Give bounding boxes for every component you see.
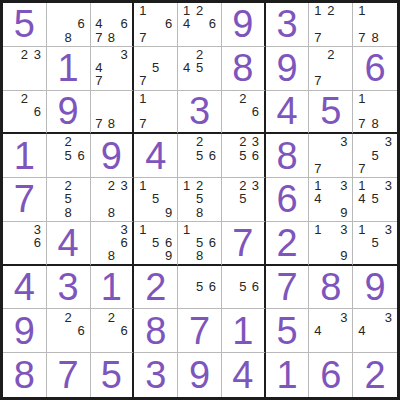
pencil-5: 5 [193, 61, 206, 74]
cell-r6c5[interactable]: 1568 [178, 222, 222, 266]
pencil-9: 9 [162, 206, 175, 219]
cell-r7c8[interactable]: 8 [309, 266, 353, 310]
cell-r2c3[interactable]: 347 [91, 47, 135, 91]
pencil-4: 4 [93, 17, 106, 30]
cell-r9c7[interactable]: 1 [266, 353, 310, 397]
cell-value: 6 [365, 49, 386, 87]
cell-value: 8 [145, 312, 166, 350]
cell-r5c4[interactable]: 159 [134, 178, 178, 222]
pencil-2: 2 [105, 179, 118, 192]
cell-r9c6[interactable]: 4 [222, 353, 266, 397]
pencil-3: 3 [337, 135, 350, 148]
cell-value: 7 [58, 356, 79, 394]
cell-r8c6[interactable]: 1 [222, 309, 266, 353]
pencil-7: 7 [136, 117, 149, 130]
pencil-5: 5 [193, 149, 206, 162]
cell-r5c6[interactable]: 235 [222, 178, 266, 222]
cell-r2c1[interactable]: 23 [3, 47, 47, 91]
pencil-7: 7 [93, 31, 106, 44]
pencil-marks: 57 [136, 48, 175, 88]
pencil-6: 6 [249, 280, 262, 293]
pencil-marks: 26 [224, 92, 262, 131]
cell-r7c3[interactable]: 1 [91, 266, 135, 310]
cell-r7c6[interactable]: 56 [222, 266, 266, 310]
cell-r1c9[interactable]: 178 [353, 3, 397, 47]
cell-r1c3[interactable]: 4678 [91, 3, 135, 47]
pencil-1: 1 [355, 4, 368, 17]
cell-r1c8[interactable]: 127 [309, 3, 353, 47]
pencil-6: 6 [118, 236, 131, 249]
pencil-8: 8 [62, 206, 75, 219]
cell-value: 9 [365, 268, 386, 306]
pencil-1: 1 [180, 179, 193, 192]
cell-value: 7 [276, 268, 297, 306]
cell-value: 9 [189, 356, 210, 394]
pencil-2: 2 [236, 92, 249, 105]
cell-r1c2[interactable]: 68 [47, 3, 91, 47]
pencil-7: 7 [93, 117, 106, 130]
pencil-5: 5 [193, 236, 206, 249]
cell-value: 4 [14, 268, 35, 306]
pencil-8: 8 [193, 206, 206, 219]
pencil-3: 3 [249, 179, 262, 192]
pencil-marks: 139 [311, 223, 350, 262]
pencil-marks: 36 [5, 223, 44, 262]
cell-r6c2[interactable]: 4 [47, 222, 91, 266]
cell-value: 9 [101, 137, 122, 175]
pencil-marks: 245 [180, 48, 219, 88]
cell-r3c2[interactable]: 9 [47, 91, 91, 135]
pencil-3: 3 [118, 48, 131, 61]
pencil-4: 4 [311, 324, 324, 337]
cell-r1c4[interactable]: 167 [134, 3, 178, 47]
cell-value: 8 [14, 356, 35, 394]
pencil-3: 3 [337, 223, 350, 236]
cell-value: 7 [14, 180, 35, 218]
pencil-1: 1 [355, 223, 368, 236]
cell-value: 5 [101, 356, 122, 394]
pencil-6: 6 [118, 324, 131, 337]
cell-r5c2[interactable]: 258 [47, 178, 91, 222]
pencil-5: 5 [193, 192, 206, 205]
cell-r4c3[interactable]: 9 [91, 134, 135, 178]
cell-r6c7[interactable]: 2 [266, 222, 310, 266]
cell-r8c3[interactable]: 26 [91, 309, 135, 353]
pencil-6: 6 [206, 17, 219, 30]
pencil-2: 2 [236, 179, 249, 192]
pencil-marks: 159 [136, 179, 175, 219]
pencil-marks: 34 [355, 310, 395, 350]
pencil-6: 6 [75, 17, 88, 30]
pencil-2: 2 [193, 48, 206, 61]
pencil-2: 2 [193, 135, 206, 148]
cell-r1c5[interactable]: 1246 [178, 3, 222, 47]
pencil-6: 6 [162, 17, 175, 30]
pencil-2: 2 [193, 179, 206, 192]
pencil-3: 3 [118, 179, 131, 192]
cell-value: 8 [320, 268, 341, 306]
cell-r9c9[interactable]: 2 [353, 353, 397, 397]
cell-value: 1 [58, 49, 79, 87]
cell-value: 2 [365, 356, 386, 394]
cell-r9c3[interactable]: 5 [91, 353, 135, 397]
pencil-marks: 368 [93, 223, 131, 262]
pencil-marks: 347 [93, 48, 131, 88]
cell-r4c1[interactable]: 1 [3, 134, 47, 178]
pencil-6: 6 [206, 149, 219, 162]
pencil-1: 1 [136, 92, 149, 105]
pencil-9: 9 [162, 249, 175, 262]
pencil-marks: 258 [49, 179, 88, 219]
pencil-1: 1 [180, 223, 193, 236]
cell-r7c7[interactable]: 7 [266, 266, 310, 310]
pencil-6: 6 [75, 149, 88, 162]
pencil-7: 7 [136, 31, 149, 44]
cell-r3c5[interactable]: 3 [178, 91, 222, 135]
pencil-8: 8 [368, 117, 381, 130]
pencil-7: 7 [355, 31, 368, 44]
pencil-6: 6 [31, 236, 44, 249]
cell-r2c5[interactable]: 245 [178, 47, 222, 91]
cell-value: 4 [276, 92, 297, 130]
cell-r6c3[interactable]: 368 [91, 222, 135, 266]
pencil-5: 5 [149, 192, 162, 205]
pencil-marks: 68 [49, 4, 88, 44]
cell-r3c4[interactable]: 17 [134, 91, 178, 135]
cell-value: 2 [276, 224, 297, 262]
cell-r9c2[interactable]: 7 [47, 353, 91, 397]
pencil-2: 2 [236, 135, 249, 148]
cell-r7c2[interactable]: 3 [47, 266, 91, 310]
pencil-marks: 2356 [224, 135, 262, 175]
pencil-8: 8 [105, 31, 118, 44]
cell-r4c8[interactable]: 37 [309, 134, 353, 178]
pencil-4: 4 [180, 61, 193, 74]
pencil-2: 2 [62, 310, 75, 323]
pencil-5: 5 [236, 192, 249, 205]
pencil-marks: 1568 [180, 223, 219, 262]
pencil-4: 4 [355, 192, 368, 205]
pencil-5: 5 [236, 149, 249, 162]
pencil-9: 9 [337, 206, 350, 219]
cell-r4c5[interactable]: 256 [178, 134, 222, 178]
pencil-8: 8 [368, 31, 381, 44]
cell-r5c7[interactable]: 6 [266, 178, 310, 222]
pencil-marks: 235 [224, 179, 262, 219]
pencil-marks: 56 [224, 267, 262, 307]
cell-r7c5[interactable]: 56 [178, 266, 222, 310]
cell-value: 1 [232, 312, 253, 350]
cell-r3c1[interactable]: 26 [3, 91, 47, 135]
cell-r9c5[interactable]: 9 [178, 353, 222, 397]
pencil-3: 3 [382, 223, 395, 236]
cell-value: 5 [320, 92, 341, 130]
cell-r4c6[interactable]: 2356 [222, 134, 266, 178]
pencil-marks: 1258 [180, 179, 219, 219]
pencil-1: 1 [180, 4, 193, 17]
cell-r8c4[interactable]: 8 [134, 309, 178, 353]
cell-value: 9 [58, 92, 79, 130]
pencil-3: 3 [118, 223, 131, 236]
cell-r5c5[interactable]: 1258 [178, 178, 222, 222]
cell-r4c7[interactable]: 8 [266, 134, 310, 178]
pencil-8: 8 [62, 31, 75, 44]
cell-value: 8 [276, 137, 297, 175]
pencil-7: 7 [355, 117, 368, 130]
pencil-5: 5 [62, 149, 75, 162]
cell-r3c9[interactable]: 178 [353, 91, 397, 135]
pencil-6: 6 [162, 236, 175, 249]
cell-r2c6[interactable]: 8 [222, 47, 266, 91]
pencil-7: 7 [355, 162, 368, 175]
pencil-8: 8 [193, 249, 206, 262]
pencil-2: 2 [193, 4, 206, 17]
cell-r6c4[interactable]: 1569 [134, 222, 178, 266]
cell-r9c4[interactable]: 3 [134, 353, 178, 397]
cell-value: 1 [101, 268, 122, 306]
pencil-7: 7 [311, 74, 324, 87]
cell-r6c1[interactable]: 36 [3, 222, 47, 266]
pencil-marks: 37 [311, 135, 350, 175]
cell-r7c4[interactable]: 2 [134, 266, 178, 310]
pencil-5: 5 [149, 61, 162, 74]
pencil-1: 1 [355, 92, 368, 105]
pencil-6: 6 [206, 280, 219, 293]
pencil-3: 3 [31, 223, 44, 236]
cell-r6c8[interactable]: 139 [309, 222, 353, 266]
pencil-5: 5 [149, 236, 162, 249]
cell-value: 6 [320, 356, 341, 394]
cell-r5c8[interactable]: 1349 [309, 178, 353, 222]
pencil-4: 4 [93, 61, 106, 74]
cell-value: 1 [276, 356, 297, 394]
cell-r2c2[interactable]: 1 [47, 47, 91, 91]
cell-value: 6 [276, 180, 297, 218]
cell-value: 4 [232, 356, 253, 394]
pencil-2: 2 [62, 135, 75, 148]
pencil-5: 5 [368, 149, 381, 162]
cell-r1c7[interactable]: 3 [266, 3, 310, 47]
pencil-marks: 56 [180, 267, 219, 307]
cell-r3c3[interactable]: 78 [91, 91, 135, 135]
pencil-7: 7 [311, 31, 324, 44]
cell-r9c8[interactable]: 6 [309, 353, 353, 397]
pencil-marks: 17 [136, 92, 175, 131]
pencil-marks: 256 [180, 135, 219, 175]
cell-r1c1[interactable]: 5 [3, 3, 47, 47]
pencil-8: 8 [105, 249, 118, 262]
cell-r3c6[interactable]: 26 [222, 91, 266, 135]
pencil-2: 2 [105, 310, 118, 323]
pencil-3: 3 [337, 310, 350, 323]
pencil-marks: 34 [311, 310, 350, 350]
pencil-marks: 4678 [93, 4, 131, 44]
cell-value: 4 [58, 224, 79, 262]
pencil-6: 6 [31, 105, 44, 118]
pencil-6: 6 [249, 105, 262, 118]
pencil-7: 7 [93, 74, 106, 87]
pencil-marks: 23 [5, 48, 44, 88]
pencil-6: 6 [206, 236, 219, 249]
pencil-marks: 1569 [136, 223, 175, 262]
pencil-marks: 1349 [311, 179, 350, 219]
cell-r8c7[interactable]: 5 [266, 309, 310, 353]
cell-r8c5[interactable]: 7 [178, 309, 222, 353]
cell-value: 7 [232, 224, 253, 262]
cell-value: 3 [58, 268, 79, 306]
cell-r2c8[interactable]: 27 [309, 47, 353, 91]
pencil-4: 4 [355, 324, 368, 337]
cell-value: 8 [232, 49, 253, 87]
cell-r6c6[interactable]: 7 [222, 222, 266, 266]
cell-value: 5 [276, 312, 297, 350]
pencil-8: 8 [105, 206, 118, 219]
cell-value: 9 [14, 312, 35, 350]
cell-r2c4[interactable]: 57 [134, 47, 178, 91]
pencil-5: 5 [236, 280, 249, 293]
cell-r1c6[interactable]: 9 [222, 3, 266, 47]
cell-value: 5 [14, 5, 35, 43]
pencil-5: 5 [62, 192, 75, 205]
pencil-4: 4 [311, 192, 324, 205]
cell-r3c7[interactable]: 4 [266, 91, 310, 135]
cell-r4c9[interactable]: 357 [353, 134, 397, 178]
pencil-marks: 178 [355, 4, 395, 44]
pencil-1: 1 [311, 179, 324, 192]
pencil-3: 3 [382, 310, 395, 323]
pencil-marks: 26 [5, 92, 44, 131]
cell-value: 4 [145, 137, 166, 175]
pencil-7: 7 [311, 162, 324, 175]
pencil-marks: 1345 [355, 179, 395, 219]
pencil-3: 3 [382, 179, 395, 192]
cell-value: 3 [145, 356, 166, 394]
pencil-marks: 78 [93, 92, 131, 131]
cell-r2c9[interactable]: 6 [353, 47, 397, 91]
cell-r5c3[interactable]: 238 [91, 178, 135, 222]
pencil-1: 1 [136, 179, 149, 192]
pencil-1: 1 [136, 4, 149, 17]
cell-value: 3 [189, 92, 210, 130]
pencil-9: 9 [337, 249, 350, 262]
cell-r7c1[interactable]: 4 [3, 266, 47, 310]
pencil-marks: 357 [355, 135, 395, 175]
cell-r4c4[interactable]: 4 [134, 134, 178, 178]
pencil-marks: 256 [49, 135, 88, 175]
cell-r9c1[interactable]: 8 [3, 353, 47, 397]
pencil-5: 5 [368, 192, 381, 205]
cell-r6c9[interactable]: 135 [353, 222, 397, 266]
pencil-8: 8 [105, 117, 118, 130]
pencil-1: 1 [136, 223, 149, 236]
pencil-marks: 178 [355, 92, 395, 131]
cell-r3c8[interactable]: 5 [309, 91, 353, 135]
cell-r5c1[interactable]: 7 [3, 178, 47, 222]
pencil-6: 6 [249, 149, 262, 162]
pencil-5: 5 [368, 236, 381, 249]
pencil-marks: 127 [311, 4, 350, 44]
cell-r8c9[interactable]: 34 [353, 309, 397, 353]
pencil-2: 2 [18, 48, 31, 61]
pencil-6: 6 [118, 17, 131, 30]
pencil-1: 1 [355, 179, 368, 192]
cell-value: 9 [232, 5, 253, 43]
pencil-4: 4 [180, 17, 193, 30]
pencil-1: 1 [311, 223, 324, 236]
pencil-7: 7 [136, 74, 149, 87]
cell-value: 1 [14, 137, 35, 175]
pencil-2: 2 [324, 48, 337, 61]
pencil-2: 2 [62, 179, 75, 192]
pencil-2: 2 [324, 4, 337, 17]
pencil-1: 1 [311, 4, 324, 17]
cell-r5c9[interactable]: 1345 [353, 178, 397, 222]
cell-r8c8[interactable]: 34 [309, 309, 353, 353]
pencil-3: 3 [31, 48, 44, 61]
cell-r8c2[interactable]: 26 [47, 309, 91, 353]
pencil-marks: 26 [93, 310, 131, 350]
pencil-marks: 135 [355, 223, 395, 262]
pencil-3: 3 [382, 135, 395, 148]
pencil-marks: 167 [136, 4, 175, 44]
pencil-marks: 26 [49, 310, 88, 350]
cell-value: 7 [189, 312, 210, 350]
cell-value: 3 [276, 5, 297, 43]
pencil-6: 6 [75, 324, 88, 337]
pencil-3: 3 [337, 179, 350, 192]
pencil-marks: 27 [311, 48, 350, 88]
pencil-5: 5 [193, 280, 206, 293]
sudoku-board: 5684678167124693127178231347572458927626… [0, 0, 400, 400]
pencil-marks: 1246 [180, 4, 219, 44]
pencil-2: 2 [18, 92, 31, 105]
cell-r7c9[interactable]: 9 [353, 266, 397, 310]
cell-value: 9 [276, 49, 297, 87]
cell-r4c2[interactable]: 256 [47, 134, 91, 178]
pencil-3: 3 [249, 135, 262, 148]
cell-value: 2 [145, 268, 166, 306]
cell-r2c7[interactable]: 9 [266, 47, 310, 91]
pencil-marks: 238 [93, 179, 131, 219]
cell-r8c1[interactable]: 9 [3, 309, 47, 353]
